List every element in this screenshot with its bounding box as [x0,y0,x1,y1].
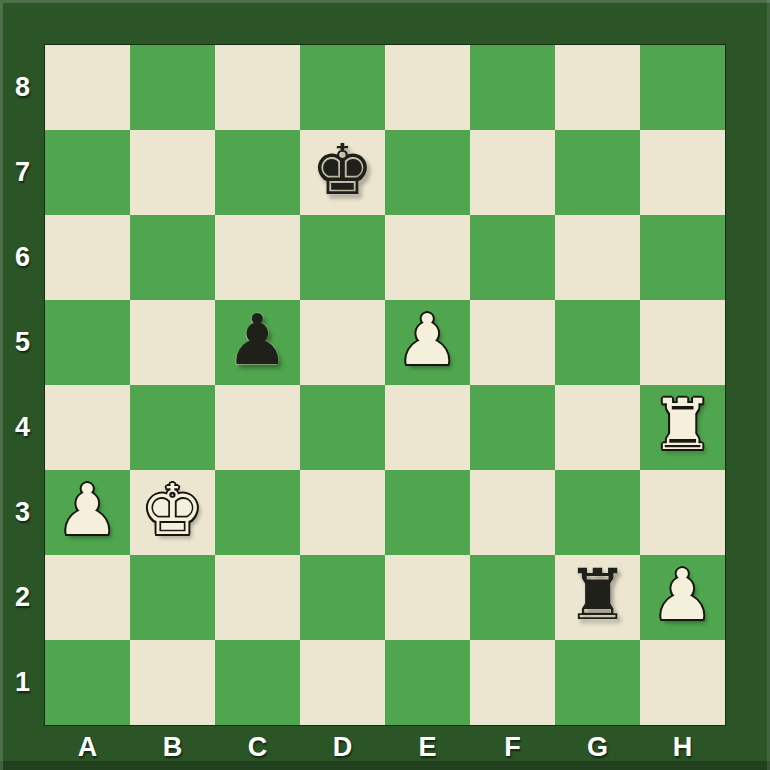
chess-board[interactable]: ♚♟♟♜♟♚♜♟ [45,45,725,725]
square-h2[interactable]: ♟ [640,555,725,640]
square-d7[interactable]: ♚ [300,130,385,215]
file-label-c: C [215,725,300,770]
square-c5[interactable]: ♟ [215,300,300,385]
square-a6[interactable] [45,215,130,300]
square-h8[interactable] [640,45,725,130]
file-label-d: D [300,725,385,770]
square-g4[interactable] [555,385,640,470]
square-d2[interactable] [300,555,385,640]
chess-board-frame: 87654321 ♚♟♟♜♟♚♜♟ ABCDEFGH [0,0,770,770]
square-b3[interactable]: ♚ [130,470,215,555]
square-c2[interactable] [215,555,300,640]
square-f6[interactable] [470,215,555,300]
file-label-a: A [45,725,130,770]
square-c1[interactable] [215,640,300,725]
square-b1[interactable] [130,640,215,725]
square-g5[interactable] [555,300,640,385]
square-c7[interactable] [215,130,300,215]
square-a8[interactable] [45,45,130,130]
square-b4[interactable] [130,385,215,470]
black-king-piece[interactable]: ♚ [311,128,374,213]
square-f4[interactable] [470,385,555,470]
square-d4[interactable] [300,385,385,470]
rank-label-6: 6 [0,215,45,300]
file-label-b: B [130,725,215,770]
square-f3[interactable] [470,470,555,555]
square-d8[interactable] [300,45,385,130]
white-king-piece[interactable]: ♚ [141,468,204,553]
white-pawn-piece[interactable]: ♟ [56,468,119,553]
square-h6[interactable] [640,215,725,300]
rank-label-2: 2 [0,555,45,640]
square-e2[interactable] [385,555,470,640]
square-e4[interactable] [385,385,470,470]
square-g1[interactable] [555,640,640,725]
square-f8[interactable] [470,45,555,130]
square-g3[interactable] [555,470,640,555]
square-b8[interactable] [130,45,215,130]
square-e6[interactable] [385,215,470,300]
rank-label-4: 4 [0,385,45,470]
square-e3[interactable] [385,470,470,555]
square-a4[interactable] [45,385,130,470]
square-a3[interactable]: ♟ [45,470,130,555]
square-h4[interactable]: ♜ [640,385,725,470]
white-rook-piece[interactable]: ♜ [651,383,714,468]
square-b6[interactable] [130,215,215,300]
square-f1[interactable] [470,640,555,725]
square-a5[interactable] [45,300,130,385]
square-d3[interactable] [300,470,385,555]
white-pawn-piece[interactable]: ♟ [651,553,714,638]
square-e8[interactable] [385,45,470,130]
square-f7[interactable] [470,130,555,215]
square-g2[interactable]: ♜ [555,555,640,640]
square-h5[interactable] [640,300,725,385]
rank-label-1: 1 [0,640,45,725]
black-pawn-piece[interactable]: ♟ [226,298,289,383]
black-rook-piece[interactable]: ♜ [566,553,629,638]
square-d1[interactable] [300,640,385,725]
file-labels: ABCDEFGH [45,725,725,770]
square-a7[interactable] [45,130,130,215]
rank-label-5: 5 [0,300,45,385]
square-a1[interactable] [45,640,130,725]
rank-label-7: 7 [0,130,45,215]
file-label-e: E [385,725,470,770]
square-f5[interactable] [470,300,555,385]
square-c3[interactable] [215,470,300,555]
square-d5[interactable] [300,300,385,385]
square-c8[interactable] [215,45,300,130]
file-label-f: F [470,725,555,770]
rank-label-3: 3 [0,470,45,555]
rank-label-8: 8 [0,45,45,130]
square-g7[interactable] [555,130,640,215]
square-h1[interactable] [640,640,725,725]
square-b7[interactable] [130,130,215,215]
square-d6[interactable] [300,215,385,300]
square-c4[interactable] [215,385,300,470]
square-g8[interactable] [555,45,640,130]
square-h7[interactable] [640,130,725,215]
square-b5[interactable] [130,300,215,385]
square-g6[interactable] [555,215,640,300]
file-label-g: G [555,725,640,770]
square-c6[interactable] [215,215,300,300]
square-a2[interactable] [45,555,130,640]
square-h3[interactable] [640,470,725,555]
square-e7[interactable] [385,130,470,215]
square-f2[interactable] [470,555,555,640]
square-e1[interactable] [385,640,470,725]
file-label-h: H [640,725,725,770]
square-e5[interactable]: ♟ [385,300,470,385]
rank-labels: 87654321 [0,45,45,725]
square-b2[interactable] [130,555,215,640]
white-pawn-piece[interactable]: ♟ [396,298,459,383]
